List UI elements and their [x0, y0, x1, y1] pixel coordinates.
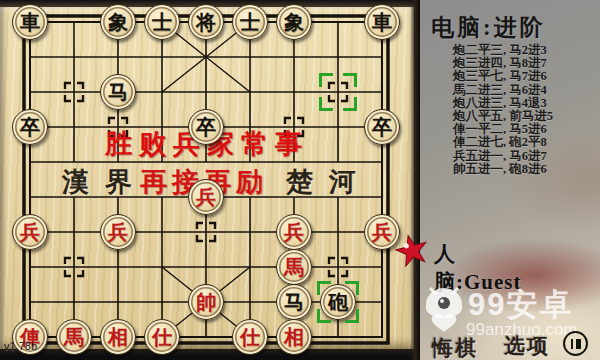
board-point[interactable] — [140, 214, 184, 249]
piece-black-chariot[interactable]: 車 — [12, 4, 48, 40]
version-label: v1.78b — [4, 340, 37, 352]
board-point[interactable] — [140, 249, 184, 284]
board-point[interactable] — [228, 39, 272, 74]
board-point[interactable] — [96, 354, 140, 360]
last-move-from-marker — [319, 73, 357, 111]
board-point[interactable] — [360, 284, 404, 319]
watermark-robot-icon — [422, 282, 466, 334]
piece-black-advisor[interactable]: 士 — [144, 4, 180, 40]
move-list-row: 兵五进一, 马6进7 — [453, 150, 553, 163]
board-point[interactable] — [228, 74, 272, 109]
board-point[interactable] — [228, 214, 272, 249]
board-point[interactable] — [316, 319, 360, 354]
board-point[interactable] — [228, 144, 272, 179]
board-point[interactable] — [184, 249, 228, 284]
board-point[interactable] — [52, 144, 96, 179]
piece-black-chariot[interactable]: 車 — [364, 4, 400, 40]
board-point[interactable] — [96, 144, 140, 179]
board-point[interactable] — [316, 144, 360, 179]
board-point[interactable] — [272, 109, 316, 144]
board-point[interactable] — [360, 354, 404, 360]
pause-icon — [576, 339, 581, 349]
board-point[interactable] — [96, 39, 140, 74]
move-list-row: 俥二进七, 砲2平8 — [453, 136, 553, 149]
board-point[interactable] — [140, 144, 184, 179]
board-point[interactable] — [8, 179, 52, 214]
piece-black-elephant[interactable]: 象 — [276, 4, 312, 40]
board-area: 胜败兵家常事 漢界 再接再励 楚河 車象士将士象車马卒卒卒兵兵兵兵兵馬帥马砲俥馬… — [0, 0, 420, 360]
board-point[interactable] — [316, 4, 360, 39]
board-point[interactable] — [140, 354, 184, 360]
move-list: 炮二平三, 马2进3 炮三进四, 马8进7 炮三平七, 马7进6 馬二进三, 马… — [453, 44, 553, 176]
move-list-row: 炮三平七, 马7进6 — [453, 70, 553, 83]
board-point[interactable] — [184, 144, 228, 179]
piece-red-horse[interactable]: 馬 — [56, 319, 92, 355]
board-point[interactable] — [184, 39, 228, 74]
board-point[interactable] — [360, 39, 404, 74]
piece-black-soldier[interactable]: 卒 — [364, 109, 400, 145]
pause-icon — [571, 339, 573, 349]
board-point[interactable] — [184, 319, 228, 354]
board-point[interactable] — [8, 284, 52, 319]
options-button[interactable]: 选项 — [504, 332, 550, 360]
last-move-to-marker — [317, 281, 359, 323]
board-point[interactable] — [184, 74, 228, 109]
piece-black-general[interactable]: 将 — [188, 4, 224, 40]
board-point[interactable] — [96, 249, 140, 284]
board-point[interactable] — [360, 74, 404, 109]
board-point[interactable] — [140, 74, 184, 109]
piece-red-general[interactable]: 帥 — [188, 284, 224, 320]
board-point[interactable] — [52, 354, 96, 360]
board-point[interactable] — [228, 179, 272, 214]
piece-black-advisor[interactable]: 士 — [232, 4, 268, 40]
board-point[interactable] — [52, 74, 96, 109]
piece-red-soldier[interactable]: 兵 — [364, 214, 400, 250]
board-point[interactable] — [228, 284, 272, 319]
board-point[interactable] — [96, 179, 140, 214]
board-point[interactable] — [316, 249, 360, 284]
piece-red-soldier[interactable]: 兵 — [100, 214, 136, 250]
board-point[interactable] — [52, 214, 96, 249]
piece-black-horse[interactable]: 马 — [100, 74, 136, 110]
board-point[interactable] — [184, 214, 228, 249]
board-point[interactable] — [272, 144, 316, 179]
board-point[interactable] — [316, 214, 360, 249]
board-point[interactable] — [140, 109, 184, 144]
piece-red-elephant[interactable]: 相 — [100, 319, 136, 355]
move-list-row: 馬二进三, 马6进4 — [453, 84, 553, 97]
piece-red-elephant[interactable]: 相 — [276, 319, 312, 355]
board-point[interactable] — [360, 249, 404, 284]
piece-red-soldier[interactable]: 兵 — [276, 214, 312, 250]
board-point[interactable] — [184, 354, 228, 360]
board-point[interactable] — [8, 144, 52, 179]
board-point[interactable] — [8, 74, 52, 109]
board-point[interactable] — [272, 39, 316, 74]
piece-red-advisor[interactable]: 仕 — [144, 319, 180, 355]
board-point[interactable] — [316, 109, 360, 144]
move-list-row: 帥五进一, 砲8进6 — [453, 163, 553, 176]
board-point[interactable] — [8, 354, 52, 360]
board-point[interactable] — [272, 354, 316, 360]
board-point[interactable] — [52, 4, 96, 39]
board-point[interactable] — [140, 284, 184, 319]
board-point[interactable] — [316, 354, 360, 360]
board-point[interactable] — [96, 284, 140, 319]
board-point[interactable] — [228, 249, 272, 284]
piece-red-soldier[interactable]: 兵 — [12, 214, 48, 250]
piece-black-horse[interactable]: 马 — [276, 284, 312, 320]
board-point[interactable] — [360, 179, 404, 214]
board-point[interactable] — [360, 319, 404, 354]
board-point[interactable] — [52, 39, 96, 74]
board-point[interactable] — [228, 109, 272, 144]
board-point[interactable] — [52, 179, 96, 214]
board-point[interactable] — [52, 109, 96, 144]
undo-move-button[interactable]: 悔棋 — [432, 334, 478, 360]
board-point[interactable] — [52, 284, 96, 319]
piece-red-soldier[interactable]: 兵 — [188, 179, 224, 215]
board-point[interactable] — [96, 109, 140, 144]
board-point[interactable] — [8, 249, 52, 284]
piece-red-advisor[interactable]: 仕 — [232, 319, 268, 355]
piece-black-elephant[interactable]: 象 — [100, 4, 136, 40]
board-point[interactable] — [140, 39, 184, 74]
computer-player-label: 电脑:进阶 — [431, 12, 546, 43]
board-point[interactable] — [140, 179, 184, 214]
board-point[interactable] — [272, 74, 316, 109]
board-point[interactable] — [272, 179, 316, 214]
pause-button[interactable] — [563, 331, 588, 356]
board-point[interactable] — [316, 39, 360, 74]
app-screen: 胜败兵家常事 漢界 再接再励 楚河 車象士将士象車马卒卒卒兵兵兵兵兵馬帥马砲俥馬… — [0, 0, 600, 360]
piece-black-soldier[interactable]: 卒 — [188, 109, 224, 145]
piece-red-horse[interactable]: 馬 — [276, 249, 312, 285]
board-point[interactable] — [316, 179, 360, 214]
side-panel: 电脑:进阶 炮二平三, 马2进3 炮三进四, 马8进7 炮三平七, 马7进6 馬… — [420, 0, 600, 360]
piece-black-soldier[interactable]: 卒 — [12, 109, 48, 145]
board-point[interactable] — [360, 144, 404, 179]
board-point[interactable] — [8, 39, 52, 74]
board-point[interactable] — [52, 249, 96, 284]
board-point[interactable] — [228, 354, 272, 360]
